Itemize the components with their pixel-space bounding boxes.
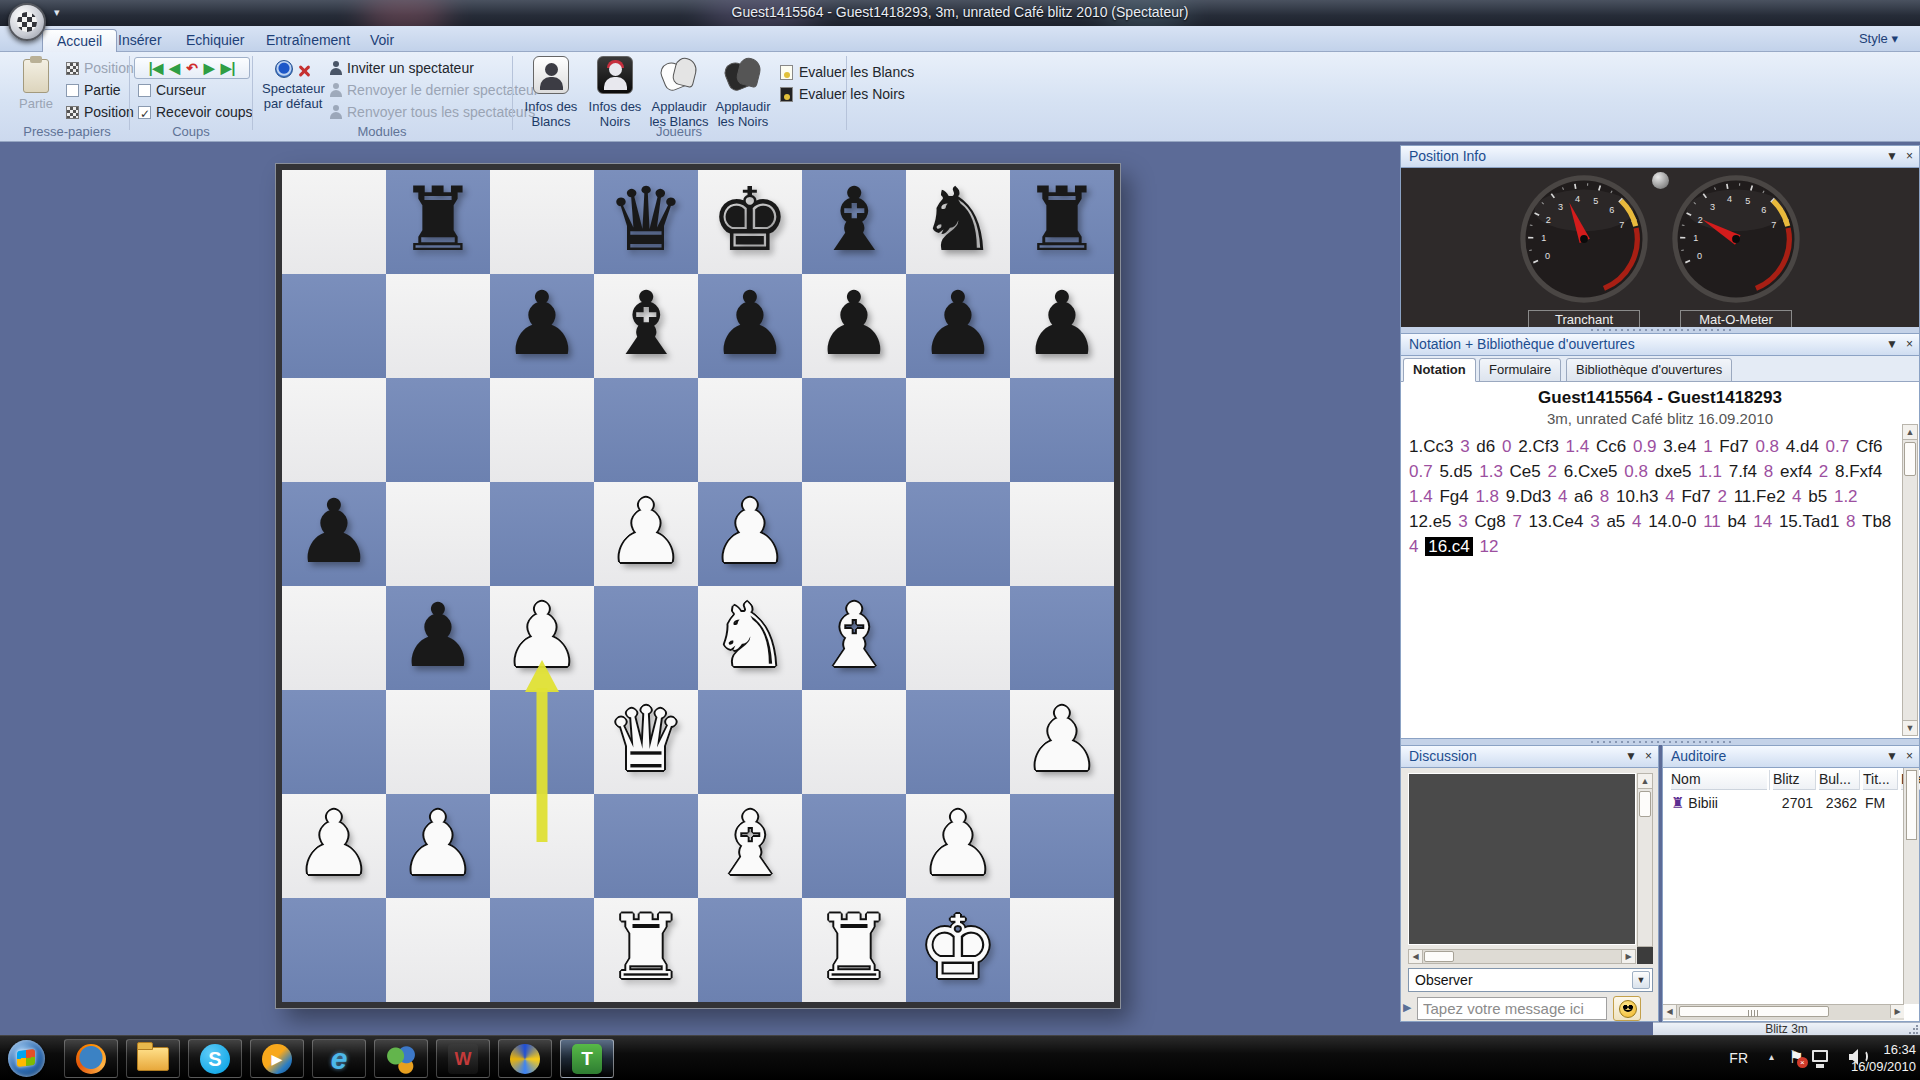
square-d7[interactable]: ♝ xyxy=(594,274,698,378)
label: Recevoir coups xyxy=(156,104,253,120)
chess-board: ♜♛♚♝♞♜♟♝♟♟♟♟♟♟♟♟♟♞♝♛♟♟♟♝♟♜♜♚ xyxy=(282,170,1114,1002)
status-text: Blitz 3m xyxy=(1765,1022,1808,1036)
notation-scrollbar[interactable]: ▲ ▼ xyxy=(1902,424,1918,736)
black-pawn: ♟ xyxy=(906,274,1010,374)
scroll-left-icon[interactable]: ◀ xyxy=(1409,950,1423,963)
move[interactable]: 11.Fe2 xyxy=(1734,487,1786,506)
internet-explorer-icon: e xyxy=(331,1044,348,1074)
renvoyer-dernier-item[interactable]: Renvoyer le dernier spectateur xyxy=(330,80,538,100)
copy-partie-item[interactable]: Partie xyxy=(66,80,121,100)
chat-scrollbar[interactable]: ▲ xyxy=(1637,773,1653,947)
svg-text:4: 4 xyxy=(1575,194,1580,204)
square-b6[interactable] xyxy=(386,378,490,482)
move[interactable]: Fd7 xyxy=(1719,437,1748,456)
move[interactable]: Fd7 xyxy=(1681,487,1710,506)
close-icon[interactable]: × xyxy=(1645,749,1652,763)
eye-icon xyxy=(275,60,293,78)
move[interactable]: Cc6 xyxy=(1596,437,1626,456)
mini-board-icon xyxy=(66,62,79,75)
label: Position xyxy=(84,60,134,76)
go-end-button[interactable]: ▶| xyxy=(218,60,239,76)
checkbox-icon xyxy=(138,84,151,97)
move-time: 8 xyxy=(1846,512,1855,531)
ribbon-tab-row: Accueil Insérer Echiquier Entraînement V… xyxy=(0,26,1920,52)
t-app-icon: T xyxy=(572,1044,602,1074)
forward-button[interactable]: ▶ xyxy=(201,60,218,76)
app-menu-orb[interactable] xyxy=(8,3,46,41)
black-clap-hands-icon xyxy=(724,56,762,94)
square-g8[interactable]: ♞ xyxy=(906,170,1010,274)
evaluer-blancs-item[interactable]: Evaluer les Blancs xyxy=(780,62,914,82)
chat-horizontal-scrollbar[interactable]: ◀ ▶ xyxy=(1408,949,1636,964)
square-a2[interactable]: ♟ xyxy=(282,794,386,898)
move[interactable]: Ce5 xyxy=(1510,462,1541,481)
chevron-down-icon[interactable]: ▼ xyxy=(1632,971,1650,989)
quick-access-dropdown-icon[interactable]: ▾ xyxy=(54,6,60,19)
observer-dropdown[interactable]: Observer ▼ xyxy=(1408,968,1653,992)
folder-icon xyxy=(137,1047,169,1071)
spectateur-label: Spectateur par défaut xyxy=(262,81,325,111)
move-navigation-buttons: |◀◀↶▶▶| xyxy=(134,57,250,79)
move[interactable]: d6 xyxy=(1476,437,1495,456)
group-label-modules: Modules xyxy=(254,124,510,139)
move-time: 0 xyxy=(1502,437,1511,456)
square-e5[interactable]: ♟ xyxy=(698,482,802,586)
panel-title: Position Info xyxy=(1409,148,1486,164)
square-a5[interactable]: ♟ xyxy=(282,482,386,586)
move-time: 1 xyxy=(1703,437,1712,456)
square-f1[interactable]: ♜ xyxy=(802,898,906,1002)
square-b1[interactable] xyxy=(386,898,490,1002)
tab-entrainement[interactable]: Entraînement xyxy=(252,29,364,52)
square-f3[interactable] xyxy=(802,690,906,794)
move[interactable]: Cf6 xyxy=(1856,437,1882,456)
move-time: 4 xyxy=(1558,487,1567,506)
label: Evaluer les Noirs xyxy=(799,86,905,102)
auditoire-vertical-scrollbar[interactable] xyxy=(1903,768,1919,1004)
person-icon xyxy=(330,105,342,119)
square-g7[interactable]: ♟ xyxy=(906,274,1010,378)
chessboard-logo-icon xyxy=(17,12,37,32)
language-indicator[interactable]: FR xyxy=(1729,1050,1748,1066)
square-f2[interactable] xyxy=(802,794,906,898)
start-button[interactable] xyxy=(8,1040,45,1077)
window-title: Guest1415564 - Guest1418293, 3m, unrated… xyxy=(0,4,1920,20)
person-icon xyxy=(330,61,342,75)
taskbar-explorer[interactable] xyxy=(126,1039,180,1078)
tab-notation[interactable]: Notation xyxy=(1403,358,1476,382)
status-bar: Blitz 3m xyxy=(1653,1022,1920,1035)
column-separator xyxy=(1897,770,1898,790)
copy-position-item[interactable]: Position xyxy=(66,102,134,122)
square-c8[interactable] xyxy=(490,170,594,274)
move-time: 3 xyxy=(1460,437,1469,456)
inviter-spectateur-item[interactable]: Inviter un spectateur xyxy=(330,58,474,78)
column-separator xyxy=(1859,770,1860,790)
group-divider xyxy=(846,56,847,130)
square-d8[interactable]: ♛ xyxy=(594,170,698,274)
move-time: 2 xyxy=(1819,462,1828,481)
move-time: 0.7 xyxy=(1826,437,1850,456)
chess-app-icon xyxy=(510,1044,540,1074)
show-hidden-icons[interactable]: ▴ xyxy=(1769,1051,1774,1062)
square-e1[interactable] xyxy=(698,898,802,1002)
white-pawn: ♟ xyxy=(906,794,1010,894)
svg-text:3: 3 xyxy=(1710,202,1715,212)
tab-inserer[interactable]: Insérer xyxy=(104,29,176,52)
group-label-coups: Coups xyxy=(131,124,251,139)
square-d4[interactable] xyxy=(594,586,698,690)
square-h2[interactable] xyxy=(1010,794,1114,898)
label: Evaluer les Blancs xyxy=(799,64,914,80)
move[interactable]: 10.h3 xyxy=(1616,487,1659,506)
svg-text:7: 7 xyxy=(1619,220,1624,230)
square-c1[interactable] xyxy=(490,898,594,1002)
square-a4[interactable] xyxy=(282,586,386,690)
black-bishop: ♝ xyxy=(802,170,906,270)
move[interactable]: exf4 xyxy=(1780,462,1812,481)
curseur-checkbox-item[interactable]: Curseur xyxy=(138,80,206,100)
column-separator xyxy=(1769,770,1770,790)
black-knight: ♞ xyxy=(906,170,1010,270)
game-info-subheader: 3m, unrated Café blitz 16.09.2010 xyxy=(1401,410,1919,427)
svg-text:2: 2 xyxy=(1546,215,1551,225)
square-a3[interactable] xyxy=(282,690,386,794)
column-separator xyxy=(1815,770,1816,790)
black-eval-page-icon xyxy=(780,87,793,102)
indicator-sphere xyxy=(1652,172,1669,189)
svg-text:3: 3 xyxy=(1558,202,1563,212)
scrollbar-corner xyxy=(1637,947,1653,964)
move-time: 12 xyxy=(1480,537,1499,556)
move[interactable]: 15.Tad1 xyxy=(1779,512,1840,531)
square-e8[interactable]: ♚ xyxy=(698,170,802,274)
square-b5[interactable] xyxy=(386,482,490,586)
column-header-tit[interactable]: Tit... xyxy=(1863,770,1897,790)
move-time: 1.8 xyxy=(1475,487,1499,506)
checkbox-checked-icon xyxy=(138,106,151,119)
square-c2[interactable] xyxy=(490,794,594,898)
taskbar: S ▶ e W T FR ▴ ⚑× 16:34 16/09/2010 xyxy=(0,1035,1920,1080)
back-button[interactable]: ◀ xyxy=(166,60,183,76)
svg-text:1: 1 xyxy=(1541,233,1546,243)
square-h4[interactable] xyxy=(1010,586,1114,690)
svg-text:6: 6 xyxy=(1761,205,1766,215)
square-f8[interactable]: ♝ xyxy=(802,170,906,274)
move[interactable]: 16.c4 xyxy=(1425,537,1473,556)
group-label-joueurs: Joueurs xyxy=(514,124,844,139)
square-e2[interactable]: ♝ xyxy=(698,794,802,898)
panel-title: Notation + Bibliothèque d'ouvertures xyxy=(1409,336,1635,352)
black-queen: ♛ xyxy=(594,170,698,270)
move[interactable]: Fg4 xyxy=(1439,487,1468,506)
column-header-nom[interactable]: Nom xyxy=(1671,770,1767,790)
white-eval-page-icon xyxy=(780,65,793,80)
evaluer-noirs-item[interactable]: Evaluer les Noirs xyxy=(780,84,905,104)
group-label-presse-papiers: Presse-papiers xyxy=(8,124,126,139)
square-c6[interactable] xyxy=(490,378,594,482)
square-g4[interactable] xyxy=(906,586,1010,690)
move-time: 4 xyxy=(1632,512,1641,531)
square-a8[interactable] xyxy=(282,170,386,274)
label: Curseur xyxy=(156,82,206,98)
square-e3[interactable] xyxy=(698,690,802,794)
white-rook: ♜ xyxy=(594,898,698,998)
square-a6[interactable] xyxy=(282,378,386,482)
move[interactable]: 12.e5 xyxy=(1409,512,1452,531)
move-time: 11 xyxy=(1703,512,1721,531)
svg-text:0: 0 xyxy=(1545,251,1550,261)
move[interactable]: a5 xyxy=(1606,512,1625,531)
scroll-right-icon[interactable]: ▶ xyxy=(1621,950,1635,963)
move-time: 3 xyxy=(1590,512,1599,531)
square-h5[interactable] xyxy=(1010,482,1114,586)
thumb-grip xyxy=(1748,1010,1760,1017)
scroll-up-icon[interactable]: ▲ xyxy=(1903,425,1917,440)
square-b2[interactable]: ♟ xyxy=(386,794,490,898)
chat-messages-area[interactable] xyxy=(1408,773,1636,945)
move[interactable]: 5.d5 xyxy=(1439,462,1472,481)
rook-title-icon: ♜ xyxy=(1671,794,1684,812)
close-icon[interactable]: × xyxy=(1906,749,1913,763)
auditoire-panel: Nom Blitz Bul... Tit... Etat ♜ Bibiii 27… xyxy=(1662,768,1920,1022)
svg-text:5: 5 xyxy=(1745,196,1750,206)
move[interactable]: b4 xyxy=(1728,512,1747,531)
square-c4[interactable]: ♟ xyxy=(490,586,594,690)
tab-formulaire[interactable]: Formulaire xyxy=(1479,358,1561,382)
style-dropdown[interactable]: Style ▾ xyxy=(1859,31,1898,46)
svg-text:1: 1 xyxy=(1693,233,1698,243)
table-row-player[interactable]: ♜ Bibiii xyxy=(1671,794,1718,814)
spectateur-par-defaut-button[interactable]: Spectateur par défaut xyxy=(262,56,324,122)
square-d5[interactable]: ♟ xyxy=(594,482,698,586)
square-h6[interactable] xyxy=(1010,378,1114,482)
white-pawn: ♟ xyxy=(1010,690,1114,790)
application-window: Guest1415564 - Guest1418293, 3m, unrated… xyxy=(0,0,1920,1080)
square-f7[interactable]: ♟ xyxy=(802,274,906,378)
move[interactable]: 3.e4 xyxy=(1663,437,1696,456)
move-time: 8 xyxy=(1600,487,1609,506)
collapse-icon[interactable]: ▼ xyxy=(1886,749,1898,763)
move-time: 2 xyxy=(1548,462,1557,481)
taskbar-internet-explorer[interactable]: e xyxy=(312,1039,366,1078)
player-blitz-rating: 2701 xyxy=(1773,794,1813,814)
clipboard-icon xyxy=(23,59,49,93)
renvoyer-tous-item[interactable]: Renvoyer tous les spectateurs xyxy=(330,102,535,122)
square-g3[interactable] xyxy=(906,690,1010,794)
scrollbar-thumb[interactable] xyxy=(1424,951,1454,962)
close-icon[interactable]: × xyxy=(1906,337,1913,351)
move[interactable]: 7.f4 xyxy=(1729,462,1757,481)
white-bishop: ♝ xyxy=(698,794,802,894)
partie-big-button[interactable]: Partie xyxy=(8,56,64,122)
black-pawn: ♟ xyxy=(386,586,490,686)
square-e6[interactable] xyxy=(698,378,802,482)
player-bullet-rating: 2362 xyxy=(1819,794,1857,814)
game-players-header: Guest1415564 - Guest1418293 xyxy=(1401,388,1919,408)
move-time: 1.2 xyxy=(1834,487,1858,506)
move-time: 4 xyxy=(1409,537,1418,556)
square-a1[interactable] xyxy=(282,898,386,1002)
white-bishop: ♝ xyxy=(802,586,906,686)
svg-text:4: 4 xyxy=(1727,194,1732,204)
move[interactable]: 9.Dd3 xyxy=(1506,487,1551,506)
square-g2[interactable]: ♟ xyxy=(906,794,1010,898)
white-knight: ♞ xyxy=(698,586,802,686)
mat-o-meter-gauge: 01234567 Mat-O-Meter xyxy=(1671,174,1801,304)
taskbar-media-player[interactable]: ▶ xyxy=(250,1039,304,1078)
auditoire-horizontal-scrollbar[interactable]: ◀ ▶ xyxy=(1663,1004,1904,1020)
paste-position-item[interactable]: Position xyxy=(66,58,134,78)
square-f4[interactable]: ♝ xyxy=(802,586,906,690)
label: Renvoyer le dernier spectateur xyxy=(347,82,538,98)
discussion-title-bar: Discussion ▼× xyxy=(1400,745,1659,768)
group-divider xyxy=(129,56,130,130)
square-d6[interactable] xyxy=(594,378,698,482)
clock[interactable]: 16:34 16/09/2010 xyxy=(1851,1041,1916,1075)
label: Renvoyer tous les spectateurs xyxy=(347,104,535,120)
move[interactable]: 4.d4 xyxy=(1786,437,1819,456)
collapse-icon[interactable]: ▼ xyxy=(1625,749,1637,763)
style-label: Style xyxy=(1859,31,1888,46)
notation-panel: Guest1415564 - Guest1418293 3m, unrated … xyxy=(1400,382,1920,739)
skype-icon: S xyxy=(200,1044,230,1074)
tab-voir[interactable]: Voir xyxy=(356,29,408,52)
notation-tab-strip: Notation Formulaire Bibliothèque d'ouver… xyxy=(1400,356,1920,382)
white-queen: ♛ xyxy=(594,690,698,790)
smiley-button[interactable] xyxy=(1613,996,1641,1021)
black-pawn: ♟ xyxy=(1010,274,1114,374)
resize-grip[interactable] xyxy=(1908,1025,1918,1035)
square-b4[interactable]: ♟ xyxy=(386,586,490,690)
square-f5[interactable] xyxy=(802,482,906,586)
white-pawn: ♟ xyxy=(594,482,698,582)
tranchant-gauge: 01234567 Tranchant xyxy=(1519,174,1649,304)
recevoir-coups-checkbox-item[interactable]: Recevoir coups xyxy=(138,102,253,122)
move[interactable]: 2.Cf3 xyxy=(1518,437,1559,456)
square-h8[interactable]: ♜ xyxy=(1010,170,1114,274)
close-icon[interactable]: × xyxy=(1906,149,1913,163)
square-g6[interactable] xyxy=(906,378,1010,482)
column-header-blitz[interactable]: Blitz xyxy=(1773,770,1815,790)
collapse-icon[interactable]: ▼ xyxy=(1886,337,1898,351)
position-info-title-bar: Position Info ▼× xyxy=(1400,145,1920,168)
column-header-bul[interactable]: Bul... xyxy=(1819,770,1859,790)
square-a7[interactable] xyxy=(282,274,386,378)
square-g5[interactable] xyxy=(906,482,1010,586)
move[interactable]: dxe5 xyxy=(1655,462,1692,481)
square-d3[interactable]: ♛ xyxy=(594,690,698,794)
move[interactable]: Cg8 xyxy=(1474,512,1505,531)
move[interactable]: Tb8 xyxy=(1862,512,1891,531)
scrollbar-thumb[interactable] xyxy=(1639,791,1651,817)
notation-title-bar: Notation + Bibliothèque d'ouvertures ▼× xyxy=(1400,333,1920,356)
partie-big-label: Partie xyxy=(19,96,53,111)
label: Inviter un spectateur xyxy=(347,60,474,76)
move[interactable]: 14.0-0 xyxy=(1648,512,1696,531)
scrollbar-thumb[interactable] xyxy=(1904,442,1916,476)
square-h1[interactable] xyxy=(1010,898,1114,1002)
move-list: 1.Cc3 3 d6 0 2.Cf3 1.4 Cc6 0.9 3.e4 1 Fd… xyxy=(1409,434,1895,559)
move[interactable]: 1.Cc3 xyxy=(1409,437,1453,456)
square-d1[interactable]: ♜ xyxy=(594,898,698,1002)
taskbar-winamp[interactable]: W xyxy=(436,1039,490,1078)
board-frame: ♜♛♚♝♞♜♟♝♟♟♟♟♟♟♟♟♟♞♝♛♟♟♟♝♟♜♜♚ xyxy=(276,164,1120,1008)
scroll-left-icon[interactable]: ◀ xyxy=(1663,1005,1677,1018)
tray-time: 16:34 xyxy=(1851,1041,1916,1058)
tab-echiquier[interactable]: Echiquier xyxy=(172,29,258,52)
white-rook: ♜ xyxy=(802,898,906,998)
action-center-flag-icon[interactable]: ⚑× xyxy=(1789,1047,1804,1067)
square-e7[interactable]: ♟ xyxy=(698,274,802,378)
discussion-panel: ▲ ◀ ▶ Observer ▼ ▶ xyxy=(1400,768,1659,1022)
scroll-down-icon[interactable]: ▼ xyxy=(1903,720,1917,735)
label: Partie xyxy=(84,82,121,98)
move-time: 0.8 xyxy=(1624,462,1648,481)
scroll-right-icon[interactable]: ▶ xyxy=(1890,1005,1904,1018)
label: Position xyxy=(84,104,134,120)
scrollbar-thumb[interactable] xyxy=(1906,770,1917,840)
white-player-avatar-icon xyxy=(533,56,569,94)
taskbar-chess-app[interactable] xyxy=(498,1039,552,1078)
collapse-icon[interactable]: ▼ xyxy=(1886,149,1898,163)
square-b8[interactable]: ♜ xyxy=(386,170,490,274)
black-rook: ♜ xyxy=(1010,170,1114,270)
svg-text:5: 5 xyxy=(1593,196,1598,206)
takeback-button[interactable]: ↶ xyxy=(183,60,201,76)
group-divider xyxy=(512,56,513,130)
black-king: ♚ xyxy=(698,170,802,270)
network-icon[interactable] xyxy=(1812,1050,1828,1062)
square-h3[interactable]: ♟ xyxy=(1010,690,1114,794)
square-c7[interactable]: ♟ xyxy=(490,274,594,378)
move-time: 4 xyxy=(1665,487,1674,506)
black-pawn: ♟ xyxy=(802,274,906,374)
move-time: 7 xyxy=(1512,512,1521,531)
scrollbar-thumb[interactable] xyxy=(1679,1006,1829,1017)
square-c3[interactable] xyxy=(490,690,594,794)
square-g1[interactable]: ♚ xyxy=(906,898,1010,1002)
go-start-button[interactable]: |◀ xyxy=(146,60,167,76)
move[interactable]: b5 xyxy=(1808,487,1827,506)
move[interactable]: 8.Fxf4 xyxy=(1835,462,1882,481)
move-time: 14 xyxy=(1753,512,1772,531)
scroll-up-icon[interactable]: ▲ xyxy=(1638,774,1652,789)
square-f6[interactable] xyxy=(802,378,906,482)
square-e4[interactable]: ♞ xyxy=(698,586,802,690)
move-time: 0.8 xyxy=(1755,437,1779,456)
square-b3[interactable] xyxy=(386,690,490,794)
taskbar-messenger[interactable] xyxy=(374,1039,428,1078)
square-b7[interactable] xyxy=(386,274,490,378)
auditoire-title-bar: Auditoire ▼× xyxy=(1662,745,1920,768)
title-bar: Guest1415564 - Guest1418293, 3m, unrated… xyxy=(0,0,1920,26)
move-time: 4 xyxy=(1792,487,1801,506)
taskbar-skype[interactable]: S xyxy=(188,1039,242,1078)
taskbar-firefox[interactable] xyxy=(64,1039,118,1078)
chat-message-input[interactable] xyxy=(1417,997,1607,1020)
square-d2[interactable] xyxy=(594,794,698,898)
square-c5[interactable] xyxy=(490,482,594,586)
tray-date: 16/09/2010 xyxy=(1851,1058,1916,1075)
taskbar-active-app[interactable]: T xyxy=(560,1039,614,1078)
move[interactable]: 6.Cxe5 xyxy=(1564,462,1618,481)
position-info-panel: 01234567 Tranchant 01234567 Mat-O-Meter xyxy=(1400,168,1920,333)
move[interactable]: 13.Ce4 xyxy=(1529,512,1584,531)
tab-bibliotheque[interactable]: Bibliothèque d'ouvertures xyxy=(1566,358,1732,382)
move[interactable]: a6 xyxy=(1574,487,1593,506)
square-h7[interactable]: ♟ xyxy=(1010,274,1114,378)
